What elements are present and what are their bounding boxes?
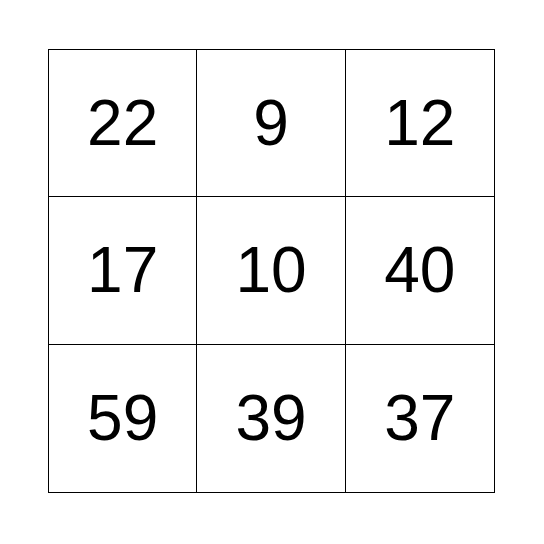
- cell-number: 9: [253, 91, 289, 155]
- board-cell-r1c3[interactable]: 12: [346, 50, 494, 197]
- bingo-board: 22 9 12 17 10 40 59 39 37: [48, 49, 495, 493]
- board-cell-r2c2[interactable]: 10: [197, 197, 345, 344]
- board-cell-r3c2[interactable]: 39: [197, 345, 345, 492]
- board-cell-r2c3[interactable]: 40: [346, 197, 494, 344]
- cell-number: 39: [235, 386, 306, 450]
- cell-number: 12: [384, 91, 455, 155]
- cell-number: 10: [235, 238, 306, 302]
- board-cell-r1c2[interactable]: 9: [197, 50, 345, 197]
- cell-number: 17: [87, 238, 158, 302]
- board-cell-r3c3[interactable]: 37: [346, 345, 494, 492]
- cell-number: 59: [87, 386, 158, 450]
- cell-number: 37: [384, 386, 455, 450]
- board-cell-r2c1[interactable]: 17: [49, 197, 197, 344]
- page-background: 22 9 12 17 10 40 59 39 37: [0, 0, 544, 544]
- board-cell-r1c1[interactable]: 22: [49, 50, 197, 197]
- cell-number: 40: [384, 238, 455, 302]
- cell-number: 22: [87, 91, 158, 155]
- board-cell-r3c1[interactable]: 59: [49, 345, 197, 492]
